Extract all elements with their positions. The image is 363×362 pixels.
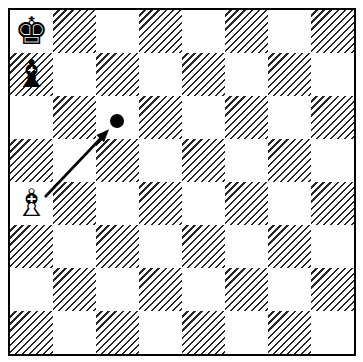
- square-g7[interactable]: [268, 53, 311, 96]
- chessboard: ♚♝♗: [8, 8, 356, 356]
- square-d3[interactable]: [139, 225, 182, 268]
- square-e2[interactable]: [182, 268, 225, 311]
- square-b3[interactable]: [53, 225, 96, 268]
- square-e4[interactable]: [182, 182, 225, 225]
- square-c4[interactable]: [96, 182, 139, 225]
- square-a5[interactable]: [10, 139, 53, 182]
- square-e7[interactable]: [182, 53, 225, 96]
- square-h1[interactable]: [311, 311, 354, 354]
- square-e5[interactable]: [182, 139, 225, 182]
- square-b4[interactable]: [53, 182, 96, 225]
- square-h3[interactable]: [311, 225, 354, 268]
- square-b7[interactable]: [53, 53, 96, 96]
- square-c2[interactable]: [96, 268, 139, 311]
- square-g5[interactable]: [268, 139, 311, 182]
- square-b6[interactable]: [53, 96, 96, 139]
- square-d6[interactable]: [139, 96, 182, 139]
- square-d5[interactable]: [139, 139, 182, 182]
- piece-black-king[interactable]: ♚: [10, 10, 53, 53]
- square-f8[interactable]: [225, 10, 268, 53]
- square-c6[interactable]: [96, 96, 139, 139]
- square-e8[interactable]: [182, 10, 225, 53]
- square-g6[interactable]: [268, 96, 311, 139]
- square-d8[interactable]: [139, 10, 182, 53]
- square-h8[interactable]: [311, 10, 354, 53]
- square-e3[interactable]: [182, 225, 225, 268]
- square-h2[interactable]: [311, 268, 354, 311]
- square-a8[interactable]: ♚: [10, 10, 53, 53]
- square-b2[interactable]: [53, 268, 96, 311]
- square-f7[interactable]: [225, 53, 268, 96]
- square-a3[interactable]: [10, 225, 53, 268]
- square-h6[interactable]: [311, 96, 354, 139]
- square-b5[interactable]: [53, 139, 96, 182]
- square-a1[interactable]: [10, 311, 53, 354]
- square-e1[interactable]: [182, 311, 225, 354]
- square-a2[interactable]: [10, 268, 53, 311]
- square-h4[interactable]: [311, 182, 354, 225]
- chessboard-grid: ♚♝♗: [10, 10, 354, 354]
- square-f3[interactable]: [225, 225, 268, 268]
- square-e6[interactable]: [182, 96, 225, 139]
- square-f2[interactable]: [225, 268, 268, 311]
- square-a6[interactable]: [10, 96, 53, 139]
- square-h5[interactable]: [311, 139, 354, 182]
- square-b8[interactable]: [53, 10, 96, 53]
- square-c5[interactable]: [96, 139, 139, 182]
- square-g1[interactable]: [268, 311, 311, 354]
- square-f1[interactable]: [225, 311, 268, 354]
- square-d4[interactable]: [139, 182, 182, 225]
- square-c3[interactable]: [96, 225, 139, 268]
- square-g3[interactable]: [268, 225, 311, 268]
- square-d2[interactable]: [139, 268, 182, 311]
- square-a4[interactable]: ♗: [10, 182, 53, 225]
- square-d7[interactable]: [139, 53, 182, 96]
- square-f5[interactable]: [225, 139, 268, 182]
- square-g8[interactable]: [268, 10, 311, 53]
- square-g2[interactable]: [268, 268, 311, 311]
- square-f6[interactable]: [225, 96, 268, 139]
- square-f4[interactable]: [225, 182, 268, 225]
- square-h7[interactable]: [311, 53, 354, 96]
- square-c8[interactable]: [96, 10, 139, 53]
- chess-diagram-page: ♚♝♗: [0, 0, 363, 362]
- square-b1[interactable]: [53, 311, 96, 354]
- square-a7[interactable]: ♝: [10, 53, 53, 96]
- square-g4[interactable]: [268, 182, 311, 225]
- piece-black-bishop[interactable]: ♝: [10, 53, 53, 96]
- square-c7[interactable]: [96, 53, 139, 96]
- square-d1[interactable]: [139, 311, 182, 354]
- piece-white-bishop[interactable]: ♗: [10, 182, 53, 225]
- square-c1[interactable]: [96, 311, 139, 354]
